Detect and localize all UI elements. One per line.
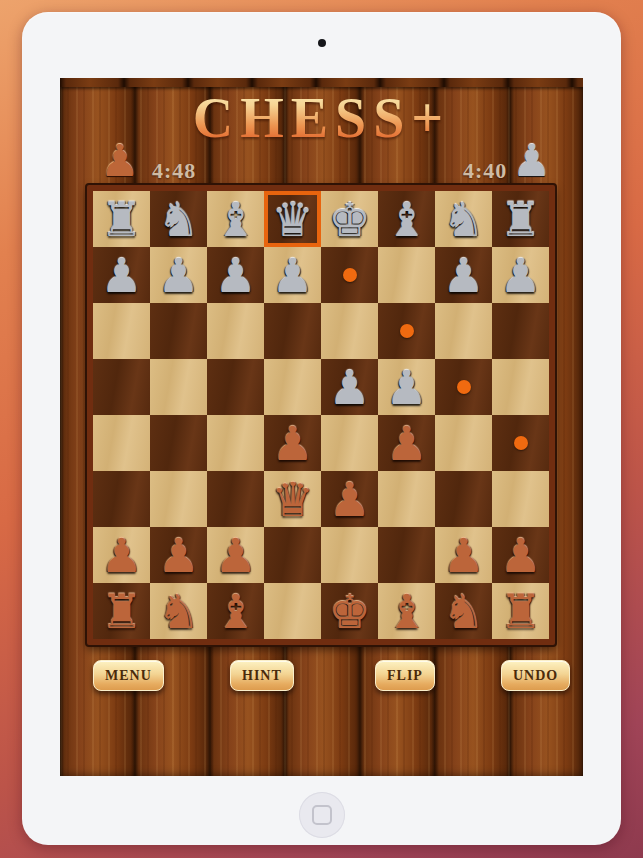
square-c5[interactable] (207, 359, 264, 415)
black-pawn-c7: ♟ (214, 252, 256, 299)
square-b1[interactable]: ♞ (150, 583, 207, 639)
square-a1[interactable]: ♜ (93, 583, 150, 639)
white-queen-d3: ♛ (271, 476, 313, 523)
white-pawn-icon: ♟ (100, 140, 139, 184)
white-bishop-c1: ♝ (214, 588, 256, 635)
legal-move-dot-e7[interactable] (343, 268, 357, 282)
square-d4[interactable]: ♟ (264, 415, 321, 471)
square-b7[interactable]: ♟ (150, 247, 207, 303)
black-pawn-g7: ♟ (442, 252, 484, 299)
square-g3[interactable] (435, 471, 492, 527)
white-pawn-c2: ♟ (214, 532, 256, 579)
square-d1[interactable] (264, 583, 321, 639)
white-pawn-f4: ♟ (385, 420, 427, 467)
square-e6[interactable] (321, 303, 378, 359)
black-pawn-a7: ♟ (100, 252, 142, 299)
square-g4[interactable] (435, 415, 492, 471)
black-knight-b8: ♞ (157, 196, 199, 243)
white-pawn-d4: ♟ (271, 420, 313, 467)
square-a4[interactable] (93, 415, 150, 471)
square-c8[interactable]: ♝ (207, 191, 264, 247)
square-d5[interactable] (264, 359, 321, 415)
black-pawn-d7: ♟ (271, 252, 313, 299)
square-e4[interactable] (321, 415, 378, 471)
square-g5[interactable] (435, 359, 492, 415)
square-c4[interactable] (207, 415, 264, 471)
undo-button[interactable]: UNDO (501, 660, 570, 691)
white-pawn-g2: ♟ (442, 532, 484, 579)
home-button-square-icon (312, 805, 332, 825)
chess-board-frame: ♜♞♝♛♚♝♞♜♟♟♟♟♟♟♟♟♟♟♛♟♟♟♟♟♟♜♞♝♚♝♞♜ (87, 185, 555, 645)
square-g8[interactable]: ♞ (435, 191, 492, 247)
black-rook-h8: ♜ (499, 196, 541, 243)
black-knight-g8: ♞ (442, 196, 484, 243)
black-pawn-h7: ♟ (499, 252, 541, 299)
black-bishop-f8: ♝ (385, 196, 427, 243)
square-e2[interactable] (321, 527, 378, 583)
white-knight-b1: ♞ (157, 588, 199, 635)
white-pawn-e3: ♟ (328, 476, 370, 523)
white-pawn-a2: ♟ (100, 532, 142, 579)
square-e8[interactable]: ♚ (321, 191, 378, 247)
white-knight-g1: ♞ (442, 588, 484, 635)
square-h1[interactable]: ♜ (492, 583, 549, 639)
hint-button[interactable]: HINT (230, 660, 294, 691)
square-f3[interactable] (378, 471, 435, 527)
white-pawn-h2: ♟ (499, 532, 541, 579)
square-a5[interactable] (93, 359, 150, 415)
legal-move-dot-h4[interactable] (514, 436, 528, 450)
square-c2[interactable]: ♟ (207, 527, 264, 583)
white-pawn-b2: ♟ (157, 532, 199, 579)
square-c1[interactable]: ♝ (207, 583, 264, 639)
square-e1[interactable]: ♚ (321, 583, 378, 639)
square-c6[interactable] (207, 303, 264, 359)
square-h4[interactable] (492, 415, 549, 471)
square-b6[interactable] (150, 303, 207, 359)
square-f6[interactable] (378, 303, 435, 359)
square-b5[interactable] (150, 359, 207, 415)
black-king-e8: ♚ (328, 196, 370, 243)
square-d3[interactable]: ♛ (264, 471, 321, 527)
square-h7[interactable]: ♟ (492, 247, 549, 303)
white-bishop-f1: ♝ (385, 588, 427, 635)
square-g2[interactable]: ♟ (435, 527, 492, 583)
black-pawn-b7: ♟ (157, 252, 199, 299)
white-king-e1: ♚ (328, 588, 370, 635)
black-clock: 4:40 (463, 158, 507, 184)
white-clock: 4:48 (152, 158, 196, 184)
flip-button[interactable]: FLIP (375, 660, 435, 691)
square-h3[interactable] (492, 471, 549, 527)
legal-move-dot-g5[interactable] (457, 380, 471, 394)
black-queen-d8: ♛ (271, 196, 313, 243)
square-f7[interactable] (378, 247, 435, 303)
square-f5[interactable]: ♟ (378, 359, 435, 415)
white-rook-a1: ♜ (100, 588, 142, 635)
camera-icon (318, 39, 326, 47)
home-button[interactable] (299, 792, 345, 838)
black-pawn-e5: ♟ (328, 364, 370, 411)
menu-button[interactable]: MENU (93, 660, 164, 691)
square-d7[interactable]: ♟ (264, 247, 321, 303)
square-h8[interactable]: ♜ (492, 191, 549, 247)
app-screen: CHESS+ ♟ 4:48 4:40 ♟ ♜♞♝♛♚♝♞♜♟♟♟♟♟♟♟♟♟♟♛… (60, 78, 583, 776)
square-f2[interactable] (378, 527, 435, 583)
square-h5[interactable] (492, 359, 549, 415)
square-d8[interactable]: ♛ (264, 191, 321, 247)
square-d2[interactable] (264, 527, 321, 583)
square-a6[interactable] (93, 303, 150, 359)
square-a3[interactable] (93, 471, 150, 527)
square-f8[interactable]: ♝ (378, 191, 435, 247)
black-rook-a8: ♜ (100, 196, 142, 243)
square-f1[interactable]: ♝ (378, 583, 435, 639)
white-rook-h1: ♜ (499, 588, 541, 635)
square-h2[interactable]: ♟ (492, 527, 549, 583)
square-b8[interactable]: ♞ (150, 191, 207, 247)
legal-move-dot-f6[interactable] (400, 324, 414, 338)
square-d6[interactable] (264, 303, 321, 359)
square-a2[interactable]: ♟ (93, 527, 150, 583)
square-h6[interactable] (492, 303, 549, 359)
black-bishop-c8: ♝ (214, 196, 256, 243)
black-pawn-f5: ♟ (385, 364, 427, 411)
ipad-frame: CHESS+ ♟ 4:48 4:40 ♟ ♜♞♝♛♚♝♞♜♟♟♟♟♟♟♟♟♟♟♛… (22, 12, 621, 845)
square-g1[interactable]: ♞ (435, 583, 492, 639)
square-a7[interactable]: ♟ (93, 247, 150, 303)
square-g6[interactable] (435, 303, 492, 359)
square-b3[interactable] (150, 471, 207, 527)
square-e7[interactable] (321, 247, 378, 303)
square-e3[interactable]: ♟ (321, 471, 378, 527)
square-e5[interactable]: ♟ (321, 359, 378, 415)
square-f4[interactable]: ♟ (378, 415, 435, 471)
square-c3[interactable] (207, 471, 264, 527)
chess-board: ♜♞♝♛♚♝♞♜♟♟♟♟♟♟♟♟♟♟♛♟♟♟♟♟♟♜♞♝♚♝♞♜ (93, 191, 549, 639)
square-a8[interactable]: ♜ (93, 191, 150, 247)
square-b4[interactable] (150, 415, 207, 471)
black-pawn-icon: ♟ (512, 140, 551, 184)
square-g7[interactable]: ♟ (435, 247, 492, 303)
square-b2[interactable]: ♟ (150, 527, 207, 583)
square-c7[interactable]: ♟ (207, 247, 264, 303)
